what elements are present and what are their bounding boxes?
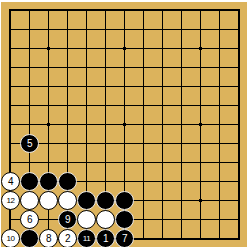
star-point <box>47 47 50 50</box>
move-number-label: 2 <box>65 234 70 244</box>
black-stone[interactable]: 9 <box>58 210 77 229</box>
star-point <box>123 123 126 126</box>
move-number-label: 6 <box>27 215 32 225</box>
black-stone[interactable] <box>20 172 39 191</box>
white-stone[interactable] <box>77 210 96 229</box>
white-stone[interactable]: 2 <box>58 229 77 247</box>
black-stone[interactable] <box>96 191 115 210</box>
star-point <box>199 123 202 126</box>
black-stone[interactable]: 1 <box>96 229 115 247</box>
white-stone[interactable] <box>20 191 39 210</box>
go-diagram-page: 54126910821117 <box>0 0 247 247</box>
move-number-label: 9 <box>65 215 70 225</box>
white-stone[interactable]: 8 <box>39 229 58 247</box>
black-stone[interactable] <box>39 172 58 191</box>
white-stone[interactable] <box>58 191 77 210</box>
black-stone[interactable] <box>115 210 134 229</box>
move-number-label: 11 <box>83 235 90 243</box>
move-number-label: 7 <box>122 234 127 244</box>
move-number-label: 10 <box>7 235 15 243</box>
black-stone[interactable] <box>115 191 134 210</box>
white-stone[interactable]: 10 <box>1 229 20 247</box>
star-point <box>47 123 50 126</box>
move-number-label: 8 <box>46 234 51 244</box>
move-number-label: 1 <box>103 234 108 244</box>
star-point <box>199 199 202 202</box>
black-stone[interactable]: 5 <box>20 134 39 153</box>
move-number-label: 4 <box>8 177 13 187</box>
black-stone[interactable]: 7 <box>115 229 134 247</box>
move-number-label: 12 <box>7 197 15 205</box>
black-stone[interactable] <box>77 191 96 210</box>
white-stone[interactable]: 6 <box>20 210 39 229</box>
star-point <box>123 47 126 50</box>
black-stone[interactable] <box>20 229 39 247</box>
black-stone[interactable] <box>58 172 77 191</box>
black-stone[interactable]: 11 <box>77 229 96 247</box>
star-point <box>199 47 202 50</box>
white-stone[interactable]: 12 <box>1 191 20 210</box>
move-number-label: 5 <box>27 139 32 149</box>
white-stone[interactable] <box>96 210 115 229</box>
white-stone[interactable] <box>39 191 58 210</box>
white-stone[interactable]: 4 <box>1 172 20 191</box>
go-board[interactable]: 54126910821117 <box>0 0 247 247</box>
